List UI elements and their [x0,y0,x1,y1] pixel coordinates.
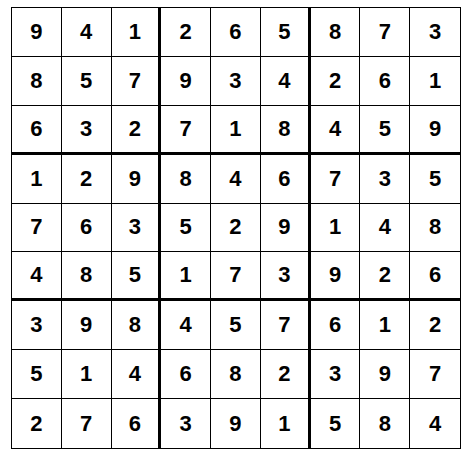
cell-r3c7: 4 [311,106,361,155]
cell-r1c6: 5 [261,8,311,57]
cell-r9c4: 3 [161,399,211,448]
cell-r7c1: 3 [12,301,62,350]
cell-r3c8: 5 [360,106,410,155]
cell-r5c4: 5 [161,204,211,253]
cell-r9c2: 7 [62,399,112,448]
cell-r4c9: 5 [410,155,460,204]
cell-r7c2: 9 [62,301,112,350]
cell-r1c1: 9 [12,8,62,57]
cell-r8c3: 4 [112,350,162,399]
cell-r1c3: 1 [112,8,162,57]
cell-r9c1: 2 [12,399,62,448]
cell-r4c2: 2 [62,155,112,204]
cell-r5c8: 4 [360,204,410,253]
cell-r3c5: 1 [211,106,261,155]
cell-r2c5: 3 [211,57,261,106]
cell-r7c3: 8 [112,301,162,350]
cell-r1c8: 7 [360,8,410,57]
cell-r4c3: 9 [112,155,162,204]
cell-r1c7: 8 [311,8,361,57]
cell-r6c9: 6 [410,252,460,301]
cell-r6c2: 8 [62,252,112,301]
cell-r3c3: 2 [112,106,162,155]
cell-r9c6: 1 [261,399,311,448]
cell-r6c1: 4 [12,252,62,301]
cell-r4c7: 7 [311,155,361,204]
cell-r8c4: 6 [161,350,211,399]
cell-r5c1: 7 [12,204,62,253]
cell-r5c7: 1 [311,204,361,253]
cell-r6c3: 5 [112,252,162,301]
cell-r4c1: 1 [12,155,62,204]
cell-r2c1: 8 [12,57,62,106]
cell-r7c4: 4 [161,301,211,350]
cell-r6c4: 1 [161,252,211,301]
cell-r8c9: 7 [410,350,460,399]
cell-r5c9: 8 [410,204,460,253]
cell-r8c1: 5 [12,350,62,399]
cell-r6c6: 3 [261,252,311,301]
cell-r1c4: 2 [161,8,211,57]
cell-r9c9: 4 [410,399,460,448]
cell-r3c9: 9 [410,106,460,155]
cell-r9c8: 8 [360,399,410,448]
cell-r1c5: 6 [211,8,261,57]
cell-r2c6: 4 [261,57,311,106]
cell-r7c5: 5 [211,301,261,350]
cell-r5c2: 6 [62,204,112,253]
cell-r2c7: 2 [311,57,361,106]
cell-r8c8: 9 [360,350,410,399]
cell-r9c3: 6 [112,399,162,448]
sudoku-board: 9412658738579342616327184591298467357635… [11,7,461,449]
cell-r1c9: 3 [410,8,460,57]
cell-r8c6: 2 [261,350,311,399]
cell-r8c7: 3 [311,350,361,399]
cell-r4c4: 8 [161,155,211,204]
cell-r7c7: 6 [311,301,361,350]
cell-r7c6: 7 [261,301,311,350]
cell-r2c8: 6 [360,57,410,106]
cell-r6c7: 9 [311,252,361,301]
cell-r5c3: 3 [112,204,162,253]
cell-r6c5: 7 [211,252,261,301]
cell-r3c6: 8 [261,106,311,155]
page-background: 9412658738579342616327184591298467357635… [0,0,473,456]
cell-r1c2: 4 [62,8,112,57]
cell-r9c7: 5 [311,399,361,448]
cell-r3c2: 3 [62,106,112,155]
cell-r5c5: 2 [211,204,261,253]
cell-r3c1: 6 [12,106,62,155]
cell-r2c3: 7 [112,57,162,106]
cell-r3c4: 7 [161,106,211,155]
cell-r7c8: 1 [360,301,410,350]
cell-r5c6: 9 [261,204,311,253]
cell-r4c5: 4 [211,155,261,204]
cell-r8c5: 8 [211,350,261,399]
cell-r4c8: 3 [360,155,410,204]
cell-r2c4: 9 [161,57,211,106]
cell-r8c2: 1 [62,350,112,399]
cell-r6c8: 2 [360,252,410,301]
cell-r4c6: 6 [261,155,311,204]
cell-r7c9: 2 [410,301,460,350]
cell-r2c9: 1 [410,57,460,106]
cell-r2c2: 5 [62,57,112,106]
cell-r9c5: 9 [211,399,261,448]
